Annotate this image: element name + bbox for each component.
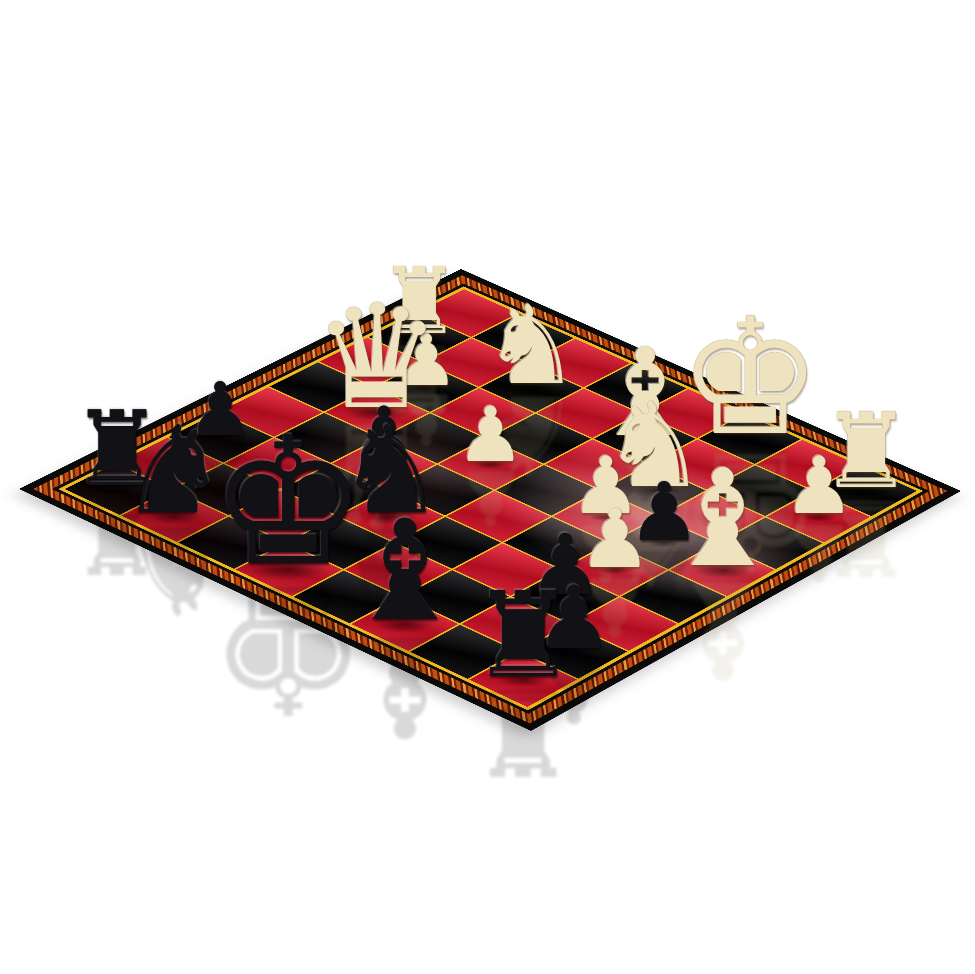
pawn-glyph: ♟ — [784, 447, 855, 526]
knight-glyph: ♞ — [483, 292, 581, 401]
bishop-glyph: ♝ — [663, 452, 783, 586]
pawn-glyph: ♟ — [456, 397, 524, 473]
bishop-glyph: ♝ — [343, 502, 468, 641]
rook-glyph: ♜ — [470, 576, 576, 694]
chessboard-scene: ♚♚♜♜♜♜♞♞♝♝♟♟♟♟♞♞♛♛♟♟♟♟♝♝♟♟♟♟♟♟♟♟♞♞♟♟♟♟♜♜… — [0, 0, 975, 974]
pieces-layer: ♚♚♜♜♜♜♞♞♝♝♟♟♟♟♞♞♛♛♟♟♟♟♝♝♟♟♟♟♟♟♟♟♞♞♟♟♟♟♜♜… — [0, 0, 975, 974]
